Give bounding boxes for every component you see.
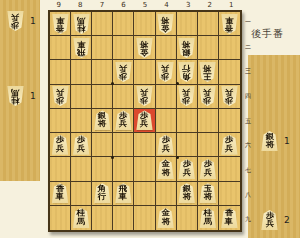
piece-歩兵-gote[interactable]: 歩兵	[136, 86, 153, 106]
star-point	[111, 82, 114, 85]
piece-歩兵-gote[interactable]: 歩兵	[115, 62, 132, 82]
square-1-6[interactable]: 歩兵	[219, 133, 240, 157]
square-3-5[interactable]	[177, 109, 198, 133]
hand-count-sente-歩兵: 2	[284, 215, 290, 225]
square-1-3[interactable]	[219, 60, 240, 84]
square-8-4[interactable]	[71, 85, 92, 109]
piece-桂馬-sente[interactable]: 桂馬	[73, 208, 90, 228]
square-4-6[interactable]: 歩兵	[156, 133, 177, 157]
rank-label-3: 三	[243, 59, 253, 84]
piece-香車-gote[interactable]: 香車	[221, 14, 238, 34]
square-1-7[interactable]	[219, 157, 240, 181]
rank-label-5: 五	[243, 109, 253, 134]
piece-飛車-sente[interactable]: 飛車	[115, 183, 132, 203]
piece-桂馬-gote[interactable]: 桂馬	[73, 14, 90, 34]
piece-玉将-sente[interactable]: 玉将	[199, 183, 216, 203]
square-8-9[interactable]: 桂馬	[71, 206, 92, 230]
piece-飛車-gote[interactable]: 飛車	[73, 38, 90, 58]
file-label-2: 2	[199, 0, 221, 9]
star-point	[111, 156, 114, 159]
piece-金将-gote[interactable]: 金将	[136, 38, 153, 58]
file-label-5: 5	[134, 0, 156, 9]
hand-slot-sente-銀将[interactable]: 銀将1	[261, 131, 290, 151]
piece-歩兵-sente[interactable]: 歩兵	[157, 135, 174, 155]
piece-金将-gote[interactable]: 金将	[157, 14, 174, 34]
square-2-5[interactable]	[198, 109, 219, 133]
rank-labels: 一二三四五六七八九	[243, 10, 253, 232]
square-4-1[interactable]: 金将	[156, 12, 177, 36]
square-8-7[interactable]	[71, 157, 92, 181]
piece-銀将-sente[interactable]: 銀将	[94, 110, 111, 130]
square-3-2[interactable]: 銀将	[177, 36, 198, 60]
piece-王将-gote[interactable]: 王将	[199, 62, 216, 82]
square-6-6[interactable]	[113, 133, 134, 157]
square-8-6[interactable]: 歩兵	[71, 133, 92, 157]
piece-歩兵-sente[interactable]: 歩兵	[199, 159, 216, 179]
square-5-4[interactable]: 歩兵	[134, 85, 155, 109]
square-1-4[interactable]: 歩兵	[219, 85, 240, 109]
square-3-8[interactable]: 銀将	[177, 182, 198, 206]
square-5-1[interactable]	[134, 12, 155, 36]
square-4-9[interactable]: 金将	[156, 206, 177, 230]
square-5-5[interactable]: 歩兵	[134, 109, 155, 133]
square-4-5[interactable]	[156, 109, 177, 133]
star-point	[176, 156, 179, 159]
square-9-5[interactable]	[50, 109, 71, 133]
square-2-6[interactable]	[198, 133, 219, 157]
square-5-7[interactable]	[134, 157, 155, 181]
square-9-1[interactable]: 香車	[50, 12, 71, 36]
piece-歩兵-gote[interactable]: 歩兵	[221, 86, 238, 106]
square-2-8[interactable]: 玉将	[198, 182, 219, 206]
piece-歩兵-gote[interactable]: 歩兵	[7, 11, 24, 31]
square-4-2[interactable]	[156, 36, 177, 60]
square-7-8[interactable]: 角行	[92, 182, 113, 206]
square-8-8[interactable]	[71, 182, 92, 206]
square-7-6[interactable]	[92, 133, 113, 157]
square-9-2[interactable]	[50, 36, 71, 60]
square-1-2[interactable]	[219, 36, 240, 60]
piece-歩兵-sente[interactable]: 歩兵	[261, 210, 278, 230]
rank-label-6: 六	[243, 133, 253, 158]
file-label-4: 4	[156, 0, 178, 9]
square-3-3[interactable]: 角行	[177, 60, 198, 84]
square-8-2[interactable]: 飛車	[71, 36, 92, 60]
square-9-3[interactable]	[50, 60, 71, 84]
file-label-9: 9	[48, 0, 70, 9]
square-1-9[interactable]: 香車	[219, 206, 240, 230]
square-3-4[interactable]: 歩兵	[177, 85, 198, 109]
piece-歩兵-gote[interactable]: 歩兵	[157, 62, 174, 82]
square-8-3[interactable]	[71, 60, 92, 84]
hand-count-gote-桂馬: 1	[30, 91, 36, 101]
square-6-2[interactable]	[113, 36, 134, 60]
square-7-1[interactable]	[92, 12, 113, 36]
square-4-3[interactable]: 歩兵	[156, 60, 177, 84]
piece-歩兵-sente[interactable]: 歩兵	[115, 110, 132, 130]
square-8-5[interactable]	[71, 109, 92, 133]
file-label-6: 6	[113, 0, 135, 9]
piece-香車-sente[interactable]: 香車	[52, 183, 69, 203]
square-1-1[interactable]: 香車	[219, 12, 240, 36]
piece-金将-sente[interactable]: 金将	[157, 159, 174, 179]
file-label-3: 3	[177, 0, 199, 9]
piece-角行-sente[interactable]: 角行	[94, 183, 111, 203]
piece-歩兵-sente[interactable]: 歩兵	[221, 135, 238, 155]
square-7-5[interactable]: 銀将	[92, 109, 113, 133]
square-5-8[interactable]	[134, 182, 155, 206]
piece-歩兵-sente[interactable]: 歩兵	[136, 110, 153, 130]
square-2-9[interactable]: 桂馬	[198, 206, 219, 230]
hand-slot-gote-桂馬[interactable]: 桂馬1	[7, 86, 36, 106]
hand-slot-gote-歩兵[interactable]: 歩兵1	[7, 11, 36, 31]
square-9-8[interactable]: 香車	[50, 182, 71, 206]
square-3-1[interactable]	[177, 12, 198, 36]
rank-label-8: 八	[243, 183, 253, 208]
square-7-3[interactable]	[92, 60, 113, 84]
square-9-4[interactable]: 歩兵	[50, 85, 71, 109]
square-6-3[interactable]: 歩兵	[113, 60, 134, 84]
file-label-8: 8	[70, 0, 92, 9]
square-5-2[interactable]: 金将	[134, 36, 155, 60]
piece-歩兵-sente[interactable]: 歩兵	[73, 135, 90, 155]
rank-label-4: 四	[243, 84, 253, 109]
square-2-2[interactable]	[198, 36, 219, 60]
hand-slot-sente-歩兵[interactable]: 歩兵2	[261, 210, 290, 230]
square-7-7[interactable]	[92, 157, 113, 181]
square-2-3[interactable]: 王将	[198, 60, 219, 84]
square-7-9[interactable]	[92, 206, 113, 230]
file-labels: 987654321	[48, 0, 242, 9]
file-label-7: 7	[91, 0, 113, 9]
piece-香車-sente[interactable]: 香車	[221, 208, 238, 228]
square-9-7[interactable]	[50, 157, 71, 181]
star-point	[176, 82, 179, 85]
square-4-4[interactable]	[156, 85, 177, 109]
square-1-5[interactable]	[219, 109, 240, 133]
square-1-8[interactable]	[219, 182, 240, 206]
square-6-5[interactable]: 歩兵	[113, 109, 134, 133]
square-9-9[interactable]	[50, 206, 71, 230]
piece-歩兵-gote[interactable]: 歩兵	[52, 86, 69, 106]
piece-桂馬-gote[interactable]: 桂馬	[7, 86, 24, 106]
square-6-8[interactable]: 飛車	[113, 182, 134, 206]
square-2-7[interactable]: 歩兵	[198, 157, 219, 181]
piece-銀将-sente[interactable]: 銀将	[178, 183, 195, 203]
square-6-9[interactable]	[113, 206, 134, 230]
square-2-4[interactable]: 歩兵	[198, 85, 219, 109]
piece-歩兵-gote[interactable]: 歩兵	[199, 86, 216, 106]
piece-歩兵-sente[interactable]: 歩兵	[52, 135, 69, 155]
square-6-4[interactable]	[113, 85, 134, 109]
piece-歩兵-sente[interactable]: 歩兵	[178, 159, 195, 179]
piece-桂馬-sente[interactable]: 桂馬	[199, 208, 216, 228]
file-label-1: 1	[221, 0, 243, 9]
piece-歩兵-gote[interactable]: 歩兵	[178, 86, 195, 106]
piece-銀将-sente[interactable]: 銀将	[261, 131, 278, 151]
hand-count-gote-歩兵: 1	[30, 16, 36, 26]
rank-label-9: 九	[243, 207, 253, 232]
square-6-7[interactable]	[113, 157, 134, 181]
square-5-6[interactable]	[134, 133, 155, 157]
square-3-7[interactable]: 歩兵	[177, 157, 198, 181]
square-9-6[interactable]: 歩兵	[50, 133, 71, 157]
piece-銀将-gote[interactable]: 銀将	[178, 38, 195, 58]
shogi-board: 香車桂馬金将香車飛車金将銀将歩兵歩兵角行王将歩兵歩兵歩兵歩兵歩兵銀将歩兵歩兵歩兵…	[48, 10, 242, 232]
piece-金将-sente[interactable]: 金将	[157, 208, 174, 228]
square-7-2[interactable]	[92, 36, 113, 60]
rank-label-7: 七	[243, 158, 253, 183]
piece-香車-gote[interactable]: 香車	[52, 14, 69, 34]
square-5-9[interactable]	[134, 206, 155, 230]
square-2-1[interactable]	[198, 12, 219, 36]
square-8-1[interactable]: 桂馬	[71, 12, 92, 36]
square-3-6[interactable]	[177, 133, 198, 157]
piece-角行-gote[interactable]: 角行	[178, 62, 195, 82]
square-4-7[interactable]: 金将	[156, 157, 177, 181]
square-7-4[interactable]	[92, 85, 113, 109]
hand-count-sente-銀将: 1	[284, 136, 290, 146]
turn-indicator: 後手番	[251, 27, 284, 41]
square-3-9[interactable]	[177, 206, 198, 230]
square-4-8[interactable]	[156, 182, 177, 206]
square-6-1[interactable]	[113, 12, 134, 36]
square-5-3[interactable]	[134, 60, 155, 84]
